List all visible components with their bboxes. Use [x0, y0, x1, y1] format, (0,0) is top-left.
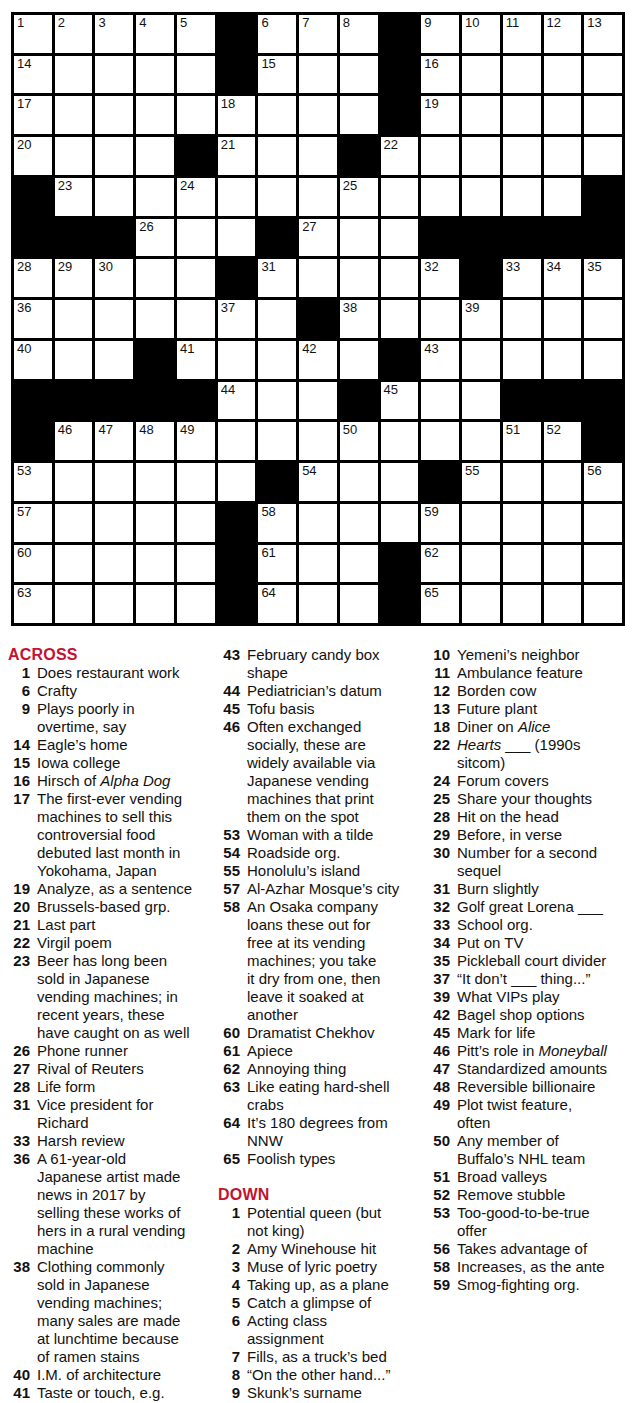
grid-cell[interactable]: 59	[421, 504, 459, 542]
down-clue-48[interactable]: 48Reversible billionaire	[428, 1078, 630, 1096]
grid-cell[interactable]	[462, 382, 500, 420]
grid-cell[interactable]	[340, 259, 378, 297]
grid-cell[interactable]	[95, 178, 133, 216]
clue-number: 3	[218, 1258, 240, 1276]
clue-text: Brussels-based grp.	[37, 898, 210, 916]
grid-cell[interactable]: 26	[136, 219, 174, 257]
cell-number: 35	[587, 260, 601, 274]
grid-cell[interactable]	[503, 56, 541, 94]
grid-cell[interactable]	[503, 137, 541, 175]
grid-cell[interactable]	[299, 422, 337, 460]
clue-number: 64	[218, 1114, 240, 1150]
grid-cell[interactable]	[462, 96, 500, 134]
grid-cell[interactable]	[544, 178, 582, 216]
grid-cell[interactable]	[95, 463, 133, 501]
grid-cell[interactable]: 11	[503, 15, 541, 53]
grid-cell[interactable]: 5	[177, 15, 215, 53]
grid-cell[interactable]	[584, 585, 622, 623]
cell-number: 57	[17, 505, 31, 519]
across-clue-64[interactable]: 64It’s 180 degrees fromNNW	[218, 1114, 420, 1150]
grid-cell[interactable]	[95, 137, 133, 175]
grid-cell[interactable]	[421, 137, 459, 175]
grid-cell[interactable]: 65	[421, 585, 459, 623]
grid-cell[interactable]: 43	[421, 341, 459, 379]
grid-cell[interactable]: 63	[14, 585, 52, 623]
grid-cell[interactable]	[55, 585, 93, 623]
grid-cell[interactable]	[503, 463, 541, 501]
grid-cell[interactable]	[299, 178, 337, 216]
grid-cell[interactable]	[503, 341, 541, 379]
across-clue-43[interactable]: 43February candy boxshape	[218, 646, 420, 682]
grid-cell[interactable]	[299, 504, 337, 542]
grid-cell[interactable]	[258, 382, 296, 420]
grid-cell[interactable]: 64	[258, 585, 296, 623]
clue-number: 46	[218, 718, 240, 826]
across-clue-6[interactable]: 6Crafty	[8, 682, 210, 700]
grid-cell[interactable]	[544, 504, 582, 542]
grid-cell[interactable]	[55, 545, 93, 583]
across-clue-20[interactable]: 20Brussels-based grp.	[8, 898, 210, 916]
grid-cell[interactable]	[299, 585, 337, 623]
grid-cell[interactable]: 9	[421, 15, 459, 53]
grid-cell[interactable]	[218, 422, 256, 460]
grid-cell[interactable]: 46	[55, 422, 93, 460]
grid-cell[interactable]	[503, 585, 541, 623]
grid-cell[interactable]	[177, 56, 215, 94]
grid-cell[interactable]: 58	[258, 504, 296, 542]
grid-cell[interactable]	[177, 219, 215, 257]
down-clue-58[interactable]: 58Increases, as the ante	[428, 1258, 630, 1276]
grid-cell[interactable]	[177, 545, 215, 583]
grid-cell[interactable]: 25	[340, 178, 378, 216]
grid-cell[interactable]	[503, 300, 541, 338]
grid-cell[interactable]: 51	[503, 422, 541, 460]
clue-text: Future plant	[457, 700, 630, 718]
cell-number: 5	[180, 16, 187, 30]
down-clue-2[interactable]: 2Amy Winehouse hit	[218, 1240, 420, 1258]
clue-text: Last part	[37, 916, 210, 934]
grid-cell[interactable]	[136, 259, 174, 297]
grid-cell[interactable]: 48	[136, 422, 174, 460]
across-clue-31[interactable]: 31Vice president forRichard	[8, 1096, 210, 1132]
grid-cell[interactable]: 31	[258, 259, 296, 297]
down-clue-10[interactable]: 10Yemeni’s neighbor	[428, 646, 630, 664]
grid-cell[interactable]: 22	[381, 137, 419, 175]
across-clue-65[interactable]: 65Foolish types	[218, 1150, 420, 1168]
down-clue-28[interactable]: 28Hit on the head	[428, 808, 630, 826]
grid-cell[interactable]	[462, 56, 500, 94]
grid-cell[interactable]: 52	[544, 422, 582, 460]
grid-cell[interactable]: 49	[177, 422, 215, 460]
across-clue-63[interactable]: 63Like eating hard-shellcrabs	[218, 1078, 420, 1114]
across-clue-54[interactable]: 54Roadside org.	[218, 844, 420, 862]
clue-number: 41	[8, 1384, 30, 1402]
cell-number: 11	[506, 16, 520, 30]
grid-cell[interactable]	[340, 341, 378, 379]
grid-cell-black	[340, 137, 378, 175]
grid-cell[interactable]: 19	[421, 96, 459, 134]
grid-cell[interactable]	[299, 545, 337, 583]
grid-cell[interactable]: 20	[14, 137, 52, 175]
down-clue-29[interactable]: 29Before, in verse	[428, 826, 630, 844]
grid-cell[interactable]	[218, 178, 256, 216]
clue-text: Put on TV	[457, 934, 630, 952]
down-clue-3[interactable]: 3Muse of lyric poetry	[218, 1258, 420, 1276]
grid-cell[interactable]: 36	[14, 300, 52, 338]
clue-text: Acting classassignment	[247, 1312, 420, 1348]
grid-cell[interactable]	[95, 56, 133, 94]
grid-cell[interactable]	[462, 504, 500, 542]
grid-cell-black	[381, 585, 419, 623]
down-clue-18[interactable]: 18Diner on Alice	[428, 718, 630, 736]
grid-cell[interactable]: 24	[177, 178, 215, 216]
grid-cell[interactable]	[55, 504, 93, 542]
down-clue-51[interactable]: 51Broad valleys	[428, 1168, 630, 1186]
grid-cell[interactable]	[544, 300, 582, 338]
grid-cell[interactable]	[136, 178, 174, 216]
across-clue-16[interactable]: 16Hirsch of Alpha Dog	[8, 772, 210, 790]
grid-cell[interactable]	[218, 219, 256, 257]
cell-number: 4	[139, 16, 146, 30]
cell-number: 3	[98, 16, 105, 30]
grid-cell[interactable]	[340, 545, 378, 583]
grid-cell[interactable]	[136, 463, 174, 501]
grid-cell[interactable]	[218, 463, 256, 501]
grid-cell-black	[218, 585, 256, 623]
clue-text: Mark for life	[457, 1024, 630, 1042]
grid-cell[interactable]: 38	[340, 300, 378, 338]
grid-cell[interactable]: 7	[299, 15, 337, 53]
grid-cell[interactable]	[55, 56, 93, 94]
grid-cell[interactable]	[95, 545, 133, 583]
grid-cell[interactable]	[544, 585, 582, 623]
grid-cell[interactable]	[421, 178, 459, 216]
across-clue-58[interactable]: 58An Osaka companyloans these out forfre…	[218, 898, 420, 1024]
grid-cell[interactable]: 60	[14, 545, 52, 583]
grid-cell-black	[381, 56, 419, 94]
grid-cell[interactable]	[258, 137, 296, 175]
down-clue-45[interactable]: 45Mark for life	[428, 1024, 630, 1042]
grid-cell[interactable]: 17	[14, 96, 52, 134]
grid-cell[interactable]	[218, 341, 256, 379]
across-clue-28[interactable]: 28Life form	[8, 1078, 210, 1096]
grid-cell[interactable]	[340, 219, 378, 257]
down-clue-1[interactable]: 1Potential queen (butnot king)	[218, 1204, 420, 1240]
grid-cell[interactable]	[136, 300, 174, 338]
grid-cell-black	[218, 15, 256, 53]
grid-cell-black	[218, 545, 256, 583]
grid-cell[interactable]	[258, 96, 296, 134]
across-clue-41[interactable]: 41Taste or touch, e.g.	[8, 1384, 210, 1402]
across-clue-23[interactable]: 23Beer has long beensold in Japanesevend…	[8, 952, 210, 1042]
across-clue-9[interactable]: 9Plays poorly inovertime, say	[8, 700, 210, 736]
down-clue-56[interactable]: 56Takes advantage of	[428, 1240, 630, 1258]
clue-number: 60	[218, 1024, 240, 1042]
grid-cell[interactable]: 23	[55, 178, 93, 216]
grid-cell[interactable]: 18	[218, 96, 256, 134]
across-clue-55[interactable]: 55Honolulu’s island	[218, 862, 420, 880]
grid-cell[interactable]	[136, 504, 174, 542]
down-clue-35[interactable]: 35Pickleball court divider	[428, 952, 630, 970]
down-clue-47[interactable]: 47Standardized amounts	[428, 1060, 630, 1078]
down-clue-46[interactable]: 46Pitt’s role in Moneyball	[428, 1042, 630, 1060]
grid-cell[interactable]	[544, 341, 582, 379]
grid-cell[interactable]	[177, 585, 215, 623]
grid-cell[interactable]: 15	[258, 56, 296, 94]
grid-cell[interactable]	[177, 96, 215, 134]
grid-cell[interactable]	[381, 422, 419, 460]
down-clue-33[interactable]: 33School org.	[428, 916, 630, 934]
grid-cell[interactable]: 21	[218, 137, 256, 175]
grid-cell[interactable]	[421, 300, 459, 338]
grid-cell[interactable]	[340, 504, 378, 542]
down-clue-42[interactable]: 42Bagel shop options	[428, 1006, 630, 1024]
cell-number: 52	[547, 423, 561, 437]
down-clue-12[interactable]: 12Borden cow	[428, 682, 630, 700]
grid-cell[interactable]: 61	[258, 545, 296, 583]
clue-number: 61	[218, 1042, 240, 1060]
grid-cell[interactable]: 8	[340, 15, 378, 53]
cell-number: 49	[180, 423, 194, 437]
down-clue-13[interactable]: 13Future plant	[428, 700, 630, 718]
grid-cell[interactable]: 13	[584, 15, 622, 53]
grid-cell[interactable]	[340, 56, 378, 94]
across-clue-61[interactable]: 61Apiece	[218, 1042, 420, 1060]
grid-cell[interactable]	[544, 56, 582, 94]
grid-cell[interactable]	[177, 300, 215, 338]
down-clue-4[interactable]: 4Taking up, as a plane	[218, 1276, 420, 1294]
grid-cell[interactable]	[462, 137, 500, 175]
cell-number: 48	[139, 423, 153, 437]
clue-text: Share your thoughts	[457, 790, 630, 808]
grid-cell[interactable]	[462, 585, 500, 623]
down-clue-25[interactable]: 25Share your thoughts	[428, 790, 630, 808]
clue-number: 65	[218, 1150, 240, 1168]
across-clue-19[interactable]: 19Analyze, as a sentence	[8, 880, 210, 898]
grid-cell[interactable]	[544, 137, 582, 175]
grid-cell[interactable]: 57	[14, 504, 52, 542]
down-clue-52[interactable]: 52Remove stubble	[428, 1186, 630, 1204]
grid-cell[interactable]	[381, 300, 419, 338]
grid-cell[interactable]: 50	[340, 422, 378, 460]
down-clue-22[interactable]: 22Hearts ___ (1990ssitcom)	[428, 736, 630, 772]
down-clue-7[interactable]: 7Fills, as a truck’s bed	[218, 1348, 420, 1366]
grid-cell[interactable]	[258, 341, 296, 379]
grid-cell[interactable]	[584, 300, 622, 338]
across-clue-62[interactable]: 62Annoying thing	[218, 1060, 420, 1078]
down-clue-6[interactable]: 6Acting classassignment	[218, 1312, 420, 1348]
grid-cell[interactable]: 29	[55, 259, 93, 297]
grid-cell[interactable]: 28	[14, 259, 52, 297]
across-clue-60[interactable]: 60Dramatist Chekhov	[218, 1024, 420, 1042]
grid-cell[interactable]	[503, 96, 541, 134]
grid-cell[interactable]	[177, 259, 215, 297]
grid-cell[interactable]	[299, 56, 337, 94]
down-clue-49[interactable]: 49Plot twist feature,often	[428, 1096, 630, 1132]
down-clue-8[interactable]: 8“On the other hand...”	[218, 1366, 420, 1384]
grid-cell[interactable]	[136, 585, 174, 623]
grid-cell[interactable]	[136, 137, 174, 175]
down-clue-50[interactable]: 50Any member ofBuffalo’s NHL team	[428, 1132, 630, 1168]
across-clue-22[interactable]: 22Virgil poem	[8, 934, 210, 952]
down-clue-9[interactable]: 9Skunk’s surname	[218, 1384, 420, 1402]
grid-cell[interactable]	[381, 178, 419, 216]
cell-number: 64	[261, 586, 275, 600]
grid-cell[interactable]	[95, 585, 133, 623]
grid-cell[interactable]	[584, 341, 622, 379]
clue-number: 49	[428, 1096, 450, 1132]
grid-cell[interactable]	[340, 96, 378, 134]
across-clue-17[interactable]: 17The first-ever vendingmachines to sell…	[8, 790, 210, 880]
grid-cell[interactable]: 4	[136, 15, 174, 53]
grid-cell[interactable]: 42	[299, 341, 337, 379]
grid-cell[interactable]	[584, 56, 622, 94]
grid-cell[interactable]: 62	[421, 545, 459, 583]
grid-cell[interactable]	[95, 341, 133, 379]
grid-cell[interactable]	[584, 96, 622, 134]
down-clue-24[interactable]: 24Forum covers	[428, 772, 630, 790]
grid-cell[interactable]	[299, 259, 337, 297]
down-clue-32[interactable]: 32Golf great Lorena ___	[428, 898, 630, 916]
down-clue-31[interactable]: 31Burn slightly	[428, 880, 630, 898]
grid-cell[interactable]	[421, 382, 459, 420]
grid-cell[interactable]	[258, 178, 296, 216]
grid-cell[interactable]	[503, 545, 541, 583]
grid-cell[interactable]	[544, 463, 582, 501]
grid-cell[interactable]	[381, 463, 419, 501]
across-clue-45[interactable]: 45Tofu basis	[218, 700, 420, 718]
grid-cell[interactable]: 37	[218, 300, 256, 338]
grid-cell[interactable]	[503, 178, 541, 216]
down-clue-34[interactable]: 34Put on TV	[428, 934, 630, 952]
grid-cell[interactable]: 3	[95, 15, 133, 53]
grid-cell[interactable]	[340, 585, 378, 623]
across-clue-44[interactable]: 44Pediatrician’s datum	[218, 682, 420, 700]
grid-cell[interactable]	[95, 300, 133, 338]
cell-number: 8	[343, 16, 350, 30]
down-clue-30[interactable]: 30Number for a secondsequel	[428, 844, 630, 880]
across-clue-33[interactable]: 33Harsh review	[8, 1132, 210, 1150]
grid-cell[interactable]: 53	[14, 463, 52, 501]
grid-cell[interactable]	[55, 463, 93, 501]
grid-cell[interactable]	[299, 96, 337, 134]
grid-cell[interactable]: 56	[584, 463, 622, 501]
across-clue-21[interactable]: 21Last part	[8, 916, 210, 934]
across-clue-36[interactable]: 36A 61-year-oldJapanese artist madenews …	[8, 1150, 210, 1258]
grid-cell[interactable]: 6	[258, 15, 296, 53]
across-clue-14[interactable]: 14Eagle’s home	[8, 736, 210, 754]
grid-cell[interactable]	[381, 504, 419, 542]
grid-cell[interactable]: 1	[14, 15, 52, 53]
grid-cell[interactable]	[381, 259, 419, 297]
grid-cell[interactable]: 35	[584, 259, 622, 297]
across-clue-26[interactable]: 26Phone runner	[8, 1042, 210, 1060]
grid-cell[interactable]: 10	[462, 15, 500, 53]
grid-cell[interactable]	[584, 504, 622, 542]
grid-cell[interactable]	[462, 178, 500, 216]
down-clue-5[interactable]: 5Catch a glimpse of	[218, 1294, 420, 1312]
grid-cell[interactable]: 14	[14, 56, 52, 94]
grid-cell[interactable]	[95, 504, 133, 542]
grid-cell[interactable]: 54	[299, 463, 337, 501]
across-clue-57[interactable]: 57Al-Azhar Mosque’s city	[218, 880, 420, 898]
grid-cell[interactable]	[584, 137, 622, 175]
across-clue-15[interactable]: 15Iowa college	[8, 754, 210, 772]
grid-cell[interactable]	[95, 96, 133, 134]
grid-cell[interactable]: 45	[381, 382, 419, 420]
clue-text: Skunk’s surname	[247, 1384, 420, 1402]
grid-cell[interactable]	[55, 137, 93, 175]
clue-number: 14	[8, 736, 30, 754]
grid-cell[interactable]	[177, 463, 215, 501]
grid-cell[interactable]	[462, 422, 500, 460]
clue-column-2: 43February candy boxshape44Pediatrician’…	[218, 646, 420, 1402]
cell-number: 15	[261, 57, 275, 71]
grid-cell[interactable]: 30	[95, 259, 133, 297]
grid-cell[interactable]	[55, 300, 93, 338]
down-clue-37[interactable]: 37“It don’t ___ thing...”	[428, 970, 630, 988]
grid-cell[interactable]	[299, 382, 337, 420]
grid-cell[interactable]	[584, 545, 622, 583]
across-clue-40[interactable]: 40I.M. of architecture	[8, 1366, 210, 1384]
grid-cell[interactable]	[462, 545, 500, 583]
cell-number: 56	[587, 464, 601, 478]
grid-cell[interactable]	[177, 504, 215, 542]
cell-number: 9	[424, 16, 431, 30]
grid-cell[interactable]	[136, 56, 174, 94]
grid-cell[interactable]: 27	[299, 219, 337, 257]
across-clue-53[interactable]: 53Woman with a tilde	[218, 826, 420, 844]
across-clue-27[interactable]: 27Rival of Reuters	[8, 1060, 210, 1078]
grid-cell[interactable]: 16	[421, 56, 459, 94]
across-clue-46[interactable]: 46Often exchangedsocially, these arewide…	[218, 718, 420, 826]
down-clue-11[interactable]: 11Ambulance feature	[428, 664, 630, 682]
grid-cell[interactable]: 12	[544, 15, 582, 53]
grid-cell[interactable]	[544, 96, 582, 134]
grid-cell[interactable]	[544, 545, 582, 583]
grid-cell[interactable]	[55, 341, 93, 379]
down-clue-59[interactable]: 59Smog-fighting org.	[428, 1276, 630, 1294]
grid-cell[interactable]	[503, 504, 541, 542]
grid-cell[interactable]	[136, 96, 174, 134]
grid-cell[interactable]: 33	[503, 259, 541, 297]
across-clue-38[interactable]: 38Clothing commonlysold in Japanesevendi…	[8, 1258, 210, 1366]
grid-cell[interactable]	[340, 463, 378, 501]
down-clue-53[interactable]: 53Too-good-to-be-trueoffer	[428, 1204, 630, 1240]
grid-cell[interactable]: 2	[55, 15, 93, 53]
grid-cell[interactable]: 34	[544, 259, 582, 297]
grid-cell[interactable]	[55, 96, 93, 134]
grid-cell[interactable]	[462, 341, 500, 379]
grid-cell[interactable]: 47	[95, 422, 133, 460]
down-clue-39[interactable]: 39What VIPs play	[428, 988, 630, 1006]
grid-cell[interactable]: 55	[462, 463, 500, 501]
grid-cell[interactable]	[258, 300, 296, 338]
grid-cell[interactable]	[421, 422, 459, 460]
grid-cell[interactable]	[381, 219, 419, 257]
clue-text: Potential queen (butnot king)	[247, 1204, 420, 1240]
grid-cell[interactable]	[258, 422, 296, 460]
grid-cell[interactable]	[299, 137, 337, 175]
grid-cell[interactable]: 32	[421, 259, 459, 297]
grid-cell-black	[544, 382, 582, 420]
grid-cell[interactable]	[136, 545, 174, 583]
grid-cell[interactable]: 40	[14, 341, 52, 379]
grid-cell[interactable]: 39	[462, 300, 500, 338]
across-clue-1[interactable]: 1Does restaurant work	[8, 664, 210, 682]
grid-cell[interactable]: 44	[218, 382, 256, 420]
grid-cell[interactable]: 41	[177, 341, 215, 379]
